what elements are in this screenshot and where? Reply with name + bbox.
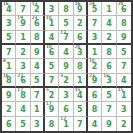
- cell-r3c1[interactable]: 5: [2, 31, 16, 45]
- digit: 1: [106, 6, 112, 14]
- cell-r2c7[interactable]: 7: [88, 16, 102, 30]
- sudoku-board: 1647132381692451206319923610152748518413…: [0, 0, 133, 133]
- cell-r9c1[interactable]: 6: [2, 117, 16, 131]
- digit: 4: [49, 34, 55, 42]
- digit: 1: [77, 77, 83, 85]
- digit: 8: [77, 63, 83, 71]
- cell-r3c3[interactable]: 8: [31, 31, 45, 45]
- cell-r2c9[interactable]: 8: [117, 16, 131, 30]
- cell-r9c8[interactable]: 9: [102, 117, 116, 131]
- digit: 6: [20, 77, 26, 85]
- digit: 5: [121, 49, 127, 57]
- cell-r6c9[interactable]: 4: [117, 74, 131, 88]
- cell-r4c4[interactable]: 106: [45, 45, 59, 59]
- cell-r9c6[interactable]: 7: [74, 117, 88, 131]
- digit: 4: [63, 49, 69, 57]
- digit: 8: [34, 34, 40, 42]
- digit: 4: [92, 121, 98, 129]
- digit: 2: [63, 77, 69, 85]
- cell-r2c5[interactable]: 5: [59, 16, 73, 30]
- cell-r2c2[interactable]: 199: [16, 16, 30, 30]
- cell-r5c8[interactable]: 6: [102, 59, 116, 73]
- cell-r8c5[interactable]: 6: [59, 102, 73, 116]
- cell-r3c9[interactable]: 9: [117, 31, 131, 45]
- cell-r8c9[interactable]: 3: [117, 102, 131, 116]
- digit: 2: [106, 34, 112, 42]
- cell-r9c4[interactable]: 8: [45, 117, 59, 131]
- digit: 3: [121, 106, 127, 114]
- digit: 9: [34, 49, 40, 57]
- digit: 7: [49, 77, 55, 85]
- cell-r7c8[interactable]: 5: [102, 88, 116, 102]
- digit: 5: [77, 106, 83, 114]
- cell-r6c6[interactable]: 1: [74, 74, 88, 88]
- digit: 5: [6, 34, 12, 42]
- cell-r7c6[interactable]: 154: [74, 88, 88, 102]
- cell-r5c5[interactable]: 9: [59, 59, 73, 73]
- cell-r1c1[interactable]: 164: [2, 2, 16, 16]
- cell-r4c1[interactable]: 7: [2, 45, 16, 59]
- digit: 6: [121, 6, 127, 14]
- digit: 8: [106, 49, 112, 57]
- cell-r4c3[interactable]: 9: [31, 45, 45, 59]
- cell-r2c8[interactable]: 4: [102, 16, 116, 30]
- digit: 2: [6, 106, 12, 114]
- digit: 1: [63, 121, 69, 129]
- cell-r1c4[interactable]: 3: [45, 2, 59, 16]
- cell-r1c9[interactable]: 206: [117, 2, 131, 16]
- digit: 8: [121, 20, 127, 28]
- digit: 4: [106, 20, 112, 28]
- digit: 7: [20, 6, 26, 14]
- digit: 4: [20, 106, 26, 114]
- cell-r9c9[interactable]: 2: [117, 117, 131, 131]
- digit: 6: [49, 49, 55, 57]
- cell-r9c5[interactable]: 121: [59, 117, 73, 131]
- digit: 1: [6, 63, 12, 71]
- cell-r8c1[interactable]: 2: [2, 102, 16, 116]
- digit: 6: [34, 20, 40, 28]
- cell-r2c3[interactable]: 236: [31, 16, 45, 30]
- cell-r4c7[interactable]: 1: [88, 45, 102, 59]
- cell-r4c8[interactable]: 8: [102, 45, 116, 59]
- cell-r3c5[interactable]: 137: [59, 31, 73, 45]
- cell-r7c2[interactable]: 178: [16, 88, 30, 102]
- cell-r8c4[interactable]: 179: [45, 102, 59, 116]
- digit: 2: [92, 63, 98, 71]
- cell-r7c1[interactable]: 9: [2, 88, 16, 102]
- cell-r3c4[interactable]: 4: [45, 31, 59, 45]
- cell-r8c3[interactable]: 1: [31, 102, 45, 116]
- digit: 6: [92, 92, 98, 100]
- digit: 5: [20, 121, 26, 129]
- digit: 9: [20, 20, 26, 28]
- cell-r7c4[interactable]: 52: [45, 88, 59, 102]
- digit: 7: [121, 63, 127, 71]
- digit: 1: [49, 20, 55, 28]
- digit: 3: [6, 20, 12, 28]
- cell-r2c6[interactable]: 2: [74, 16, 88, 30]
- cell-r5c2[interactable]: 3: [16, 59, 30, 73]
- digit: 2: [34, 6, 40, 14]
- digit: 9: [121, 34, 127, 42]
- digit: 5: [63, 20, 69, 28]
- cell-r8c7[interactable]: 8: [88, 102, 102, 116]
- digit: 5: [34, 77, 40, 85]
- cell-r6c3[interactable]: 5: [31, 74, 45, 88]
- cell-r6c4[interactable]: 7: [45, 74, 59, 88]
- cell-r8c2[interactable]: 4: [16, 102, 30, 116]
- digit: 7: [77, 121, 83, 129]
- cell-r4c2[interactable]: 2: [16, 45, 30, 59]
- digit: 3: [49, 6, 55, 14]
- cell-r6c5[interactable]: 32: [59, 74, 73, 88]
- cell-r6c2[interactable]: 226: [16, 74, 30, 88]
- cell-r8c6[interactable]: 5: [74, 102, 88, 116]
- cell-r5c7[interactable]: 102: [88, 59, 102, 73]
- digit: 5: [49, 63, 55, 71]
- cell-r7c7[interactable]: 6: [88, 88, 102, 102]
- digit: 8: [6, 77, 12, 85]
- cell-r8c8[interactable]: 7: [102, 102, 116, 116]
- cell-r4c9[interactable]: 5: [117, 45, 131, 59]
- cell-r4c5[interactable]: 4: [59, 45, 73, 59]
- digit: 8: [49, 121, 55, 129]
- digit: 3: [92, 34, 98, 42]
- cell-r9c7[interactable]: 4: [88, 117, 102, 131]
- cell-r5c9[interactable]: 7: [117, 59, 131, 73]
- cell-r6c7[interactable]: 239: [88, 74, 102, 88]
- digit: 5: [92, 6, 98, 14]
- cell-r5c4[interactable]: 5: [45, 59, 59, 73]
- digit: 7: [92, 20, 98, 28]
- digit: 4: [121, 77, 127, 85]
- digit: 7: [34, 92, 40, 100]
- digit: 6: [77, 34, 83, 42]
- digit: 2: [20, 49, 26, 57]
- digit: 3: [20, 63, 26, 71]
- cell-r1c2[interactable]: 7: [16, 2, 30, 16]
- cell-r4c6[interactable]: 203: [74, 45, 88, 59]
- digit: 9: [49, 106, 55, 114]
- cell-r2c4[interactable]: 101: [45, 16, 59, 30]
- digit: 1: [34, 106, 40, 114]
- digit: 9: [106, 121, 112, 129]
- cell-r7c9[interactable]: 151: [117, 88, 131, 102]
- cell-r3c7[interactable]: 3: [88, 31, 102, 45]
- digit: 7: [63, 34, 69, 42]
- digit: 4: [34, 63, 40, 71]
- digit: 7: [106, 106, 112, 114]
- cell-r9c3[interactable]: 3: [31, 117, 45, 131]
- digit: 9: [6, 92, 12, 100]
- digit: 4: [6, 6, 12, 14]
- digit: 9: [77, 6, 83, 14]
- digit: 2: [49, 92, 55, 100]
- cell-r3c6[interactable]: 6: [74, 31, 88, 45]
- digit: 2: [121, 121, 127, 129]
- digit: 9: [63, 63, 69, 71]
- cell-r1c7[interactable]: 245: [88, 2, 102, 16]
- digit: 1: [121, 92, 127, 100]
- digit: 9: [92, 77, 98, 85]
- cell-r5c1[interactable]: 81: [2, 59, 16, 73]
- digit: 3: [34, 121, 40, 129]
- digit: 7: [6, 49, 12, 57]
- cell-r6c8[interactable]: 163: [102, 74, 116, 88]
- cell-r7c5[interactable]: 3: [59, 88, 73, 102]
- cell-r1c3[interactable]: 132: [31, 2, 45, 16]
- digit: 5: [106, 92, 112, 100]
- cell-r2c1[interactable]: 3: [2, 16, 16, 30]
- cell-r6c1[interactable]: 168: [2, 74, 16, 88]
- digit: 8: [63, 6, 69, 14]
- digit: 3: [77, 49, 83, 57]
- digit: 8: [92, 106, 98, 114]
- digit: 4: [77, 92, 83, 100]
- cell-r9c2[interactable]: 5: [16, 117, 30, 131]
- cell-r3c8[interactable]: 2: [102, 31, 116, 45]
- cell-r1c6[interactable]: 169: [74, 2, 88, 16]
- digit: 6: [63, 106, 69, 114]
- cell-r1c5[interactable]: 8: [59, 2, 73, 16]
- digit: 3: [106, 77, 112, 85]
- digit: 6: [106, 63, 112, 71]
- cell-r3c2[interactable]: 1: [16, 31, 30, 45]
- digit: 2: [77, 20, 83, 28]
- digit: 6: [6, 121, 12, 129]
- cell-r5c6[interactable]: 8: [74, 59, 88, 73]
- cell-r5c3[interactable]: 4: [31, 59, 45, 73]
- digit: 3: [63, 92, 69, 100]
- digit: 8: [20, 92, 26, 100]
- cell-r1c8[interactable]: 1: [102, 2, 116, 16]
- cell-r7c3[interactable]: 7: [31, 88, 45, 102]
- digit: 1: [20, 34, 26, 42]
- digit: 1: [92, 49, 98, 57]
